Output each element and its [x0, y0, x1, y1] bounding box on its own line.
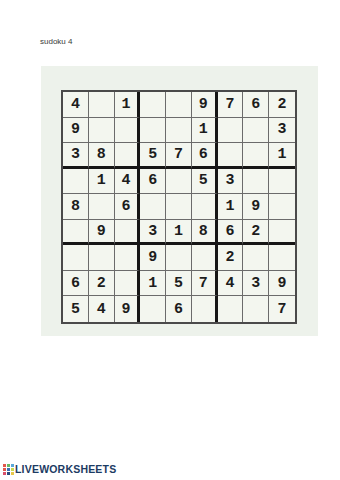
- sudoku-cell-r5c7: 1: [218, 194, 244, 220]
- sudoku-cell-r9c6[interactable]: [192, 296, 218, 322]
- sudoku-cell-r4c5[interactable]: [166, 169, 192, 195]
- sudoku-cell-r1c2[interactable]: [89, 92, 115, 118]
- liveworksheets-grid-icon: [3, 464, 14, 475]
- sudoku-cell-r9c7[interactable]: [218, 296, 244, 322]
- sudoku-cell-r8c9: 9: [269, 271, 295, 297]
- sudoku-cell-r8c2: 2: [89, 271, 115, 297]
- sudoku-cell-r3c5: 7: [166, 143, 192, 169]
- sudoku-cell-r2c2[interactable]: [89, 118, 115, 144]
- sudoku-cell-r2c9: 3: [269, 118, 295, 144]
- sudoku-cell-r9c9: 7: [269, 296, 295, 322]
- worksheet-title: sudoku 4: [40, 37, 72, 46]
- sudoku-cell-r8c8: 3: [243, 271, 269, 297]
- liveworksheets-logo-text: LIVEWORKSHEETS: [15, 463, 116, 475]
- sudoku-cell-r1c4[interactable]: [140, 92, 166, 118]
- sudoku-cell-r8c1: 6: [63, 271, 89, 297]
- sudoku-cell-r2c3[interactable]: [115, 118, 141, 144]
- sudoku-cell-r4c7: 3: [218, 169, 244, 195]
- sudoku-cell-r2c6: 1: [192, 118, 218, 144]
- sudoku-cell-r9c8[interactable]: [243, 296, 269, 322]
- sudoku-cell-r8c3[interactable]: [115, 271, 141, 297]
- sudoku-cell-r5c9[interactable]: [269, 194, 295, 220]
- sudoku-cell-r6c4: 3: [140, 220, 166, 246]
- sudoku-cell-r7c8[interactable]: [243, 245, 269, 271]
- sudoku-cell-r4c1[interactable]: [63, 169, 89, 195]
- sudoku-cell-r9c4[interactable]: [140, 296, 166, 322]
- sudoku-cell-r6c8: 2: [243, 220, 269, 246]
- sudoku-cell-r7c1[interactable]: [63, 245, 89, 271]
- sudoku-cell-r1c6: 9: [192, 92, 218, 118]
- sudoku-cell-r4c9[interactable]: [269, 169, 295, 195]
- sudoku-cell-r2c5[interactable]: [166, 118, 192, 144]
- sudoku-cell-r7c2[interactable]: [89, 245, 115, 271]
- sudoku-cell-r1c5[interactable]: [166, 92, 192, 118]
- sudoku-cell-r4c3: 4: [115, 169, 141, 195]
- sudoku-cell-r3c1: 3: [63, 143, 89, 169]
- sudoku-cell-r6c6: 8: [192, 220, 218, 246]
- sudoku-cell-r9c2: 4: [89, 296, 115, 322]
- sudoku-cell-r8c4: 1: [140, 271, 166, 297]
- sudoku-cell-r2c1: 9: [63, 118, 89, 144]
- sudoku-cell-r1c1: 4: [63, 92, 89, 118]
- sudoku-cell-r1c3: 1: [115, 92, 141, 118]
- sudoku-cell-r5c3: 6: [115, 194, 141, 220]
- sudoku-cell-r5c2[interactable]: [89, 194, 115, 220]
- sudoku-cell-r1c7: 7: [218, 92, 244, 118]
- sudoku-cell-r6c3[interactable]: [115, 220, 141, 246]
- sudoku-cell-r5c6[interactable]: [192, 194, 218, 220]
- sudoku-cell-r5c5[interactable]: [166, 194, 192, 220]
- sudoku-cell-r4c4: 6: [140, 169, 166, 195]
- sudoku-cell-r3c3[interactable]: [115, 143, 141, 169]
- sudoku-cell-r7c9[interactable]: [269, 245, 295, 271]
- sudoku-cell-r4c2: 1: [89, 169, 115, 195]
- sudoku-cell-r5c8: 9: [243, 194, 269, 220]
- sudoku-cell-r7c5[interactable]: [166, 245, 192, 271]
- sudoku-cell-r6c9[interactable]: [269, 220, 295, 246]
- sudoku-cell-r7c6[interactable]: [192, 245, 218, 271]
- sudoku-cell-r8c7: 4: [218, 271, 244, 297]
- sudoku-cell-r2c7[interactable]: [218, 118, 244, 144]
- sudoku-cell-r3c8[interactable]: [243, 143, 269, 169]
- sudoku-cell-r9c5: 6: [166, 296, 192, 322]
- sudoku-cell-r4c6: 5: [192, 169, 218, 195]
- sudoku-cell-r1c9: 2: [269, 92, 295, 118]
- sudoku-cell-r2c4[interactable]: [140, 118, 166, 144]
- sudoku-board: 4197629133857611465386199318629262157439…: [61, 90, 297, 324]
- liveworksheets-logo[interactable]: LIVEWORKSHEETS: [3, 463, 116, 475]
- sudoku-cell-r6c1[interactable]: [63, 220, 89, 246]
- sudoku-cell-r7c3[interactable]: [115, 245, 141, 271]
- sudoku-cell-r7c7: 2: [218, 245, 244, 271]
- sudoku-cell-r6c7: 6: [218, 220, 244, 246]
- sudoku-cell-r1c8: 6: [243, 92, 269, 118]
- sudoku-cell-r3c7[interactable]: [218, 143, 244, 169]
- sudoku-cell-r9c3: 9: [115, 296, 141, 322]
- sudoku-cell-r4c8[interactable]: [243, 169, 269, 195]
- sudoku-cell-r5c4[interactable]: [140, 194, 166, 220]
- sudoku-cell-r8c6: 7: [192, 271, 218, 297]
- sudoku-cell-r7c4: 9: [140, 245, 166, 271]
- sudoku-cell-r9c1: 5: [63, 296, 89, 322]
- sudoku-cell-r6c2: 9: [89, 220, 115, 246]
- sudoku-cell-r5c1: 8: [63, 194, 89, 220]
- sudoku-cell-r3c4: 5: [140, 143, 166, 169]
- sudoku-cell-r6c5: 1: [166, 220, 192, 246]
- sudoku-cell-r3c6: 6: [192, 143, 218, 169]
- sudoku-cell-r3c2: 8: [89, 143, 115, 169]
- sudoku-cell-r2c8[interactable]: [243, 118, 269, 144]
- sudoku-cell-r8c5: 5: [166, 271, 192, 297]
- sudoku-cell-r3c9: 1: [269, 143, 295, 169]
